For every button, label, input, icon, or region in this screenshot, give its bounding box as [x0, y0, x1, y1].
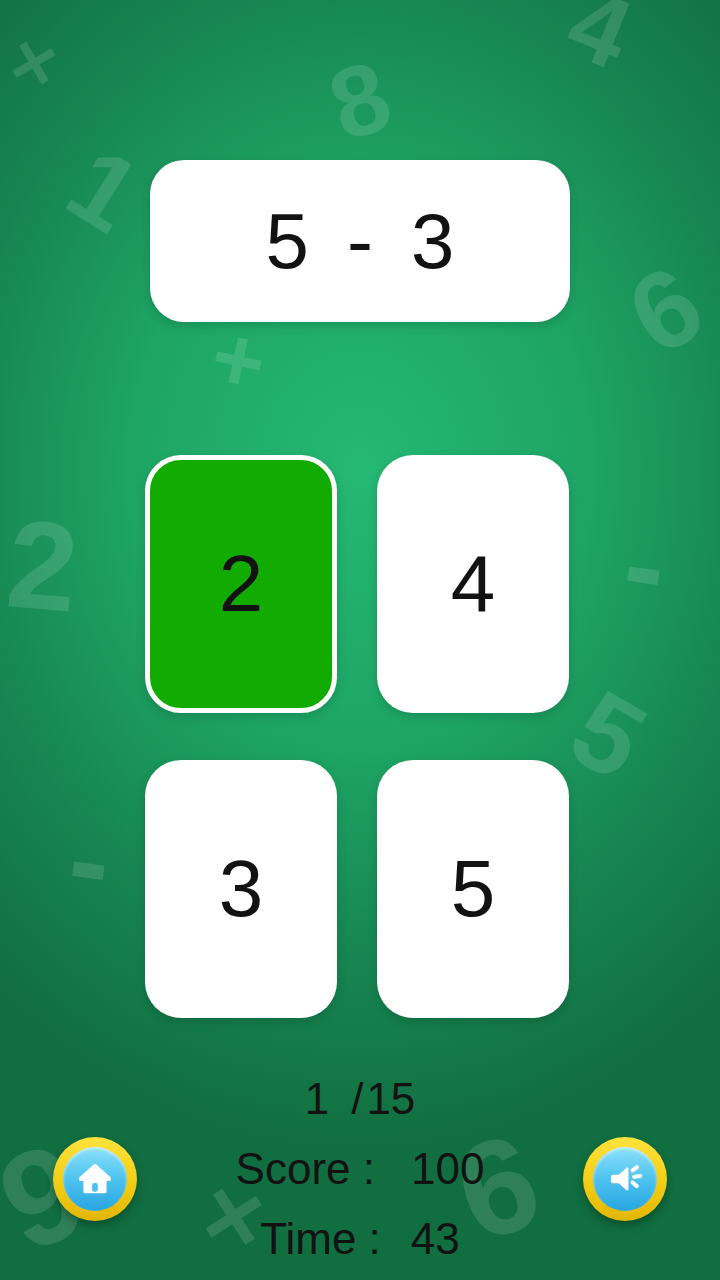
question-operand-1: 5 — [266, 196, 309, 287]
answer-card-4[interactable]: 4 — [377, 455, 569, 713]
answers-grid: 2 4 3 5 — [145, 455, 569, 1018]
home-button[interactable] — [53, 1137, 137, 1221]
answer-label: 3 — [219, 843, 264, 935]
background-symbol: 5 — [555, 672, 663, 798]
sound-button-inner — [593, 1147, 657, 1211]
background-symbol: 6 — [612, 247, 720, 373]
background-symbol: 2 — [3, 500, 83, 631]
home-icon — [76, 1160, 114, 1198]
background-symbol: 4 — [555, 0, 644, 85]
sound-button[interactable] — [583, 1137, 667, 1221]
question-operand-2: 3 — [411, 196, 454, 287]
background-symbol: × — [3, 21, 65, 105]
time-label: Time : — [260, 1214, 381, 1264]
score-label: Score : — [236, 1144, 375, 1194]
time-value: 43 — [411, 1214, 460, 1264]
question-card: 5 - 3 — [150, 160, 570, 322]
progress-indicator: 1 / 15 — [0, 1072, 720, 1126]
answer-card-5[interactable]: 5 — [377, 760, 569, 1018]
background-symbol: + — [203, 311, 273, 410]
background-symbol: 8 — [318, 44, 402, 156]
answer-label: 5 — [451, 843, 496, 935]
home-button-inner — [63, 1147, 127, 1211]
background-symbol: 1 — [52, 130, 157, 250]
answer-card-3[interactable]: 3 — [145, 760, 337, 1018]
background-symbol: - — [617, 503, 673, 627]
progress-separator: / — [351, 1074, 363, 1124]
answer-label: 2 — [219, 538, 264, 630]
answer-card-2[interactable]: 2 — [145, 455, 337, 713]
answer-label: 4 — [451, 538, 496, 630]
progress-total: 15 — [366, 1074, 415, 1124]
time-display: Time : 43 — [0, 1212, 720, 1266]
score-value: 100 — [411, 1144, 484, 1194]
progress-current: 1 — [305, 1074, 329, 1124]
math-game-screen: ×1846+2-5-9×6 5 - 3 2 4 3 5 1 / 15 Score… — [0, 0, 720, 1280]
question-operator: - — [347, 196, 373, 287]
background-symbol: - — [62, 798, 118, 922]
speaker-icon — [606, 1160, 644, 1198]
